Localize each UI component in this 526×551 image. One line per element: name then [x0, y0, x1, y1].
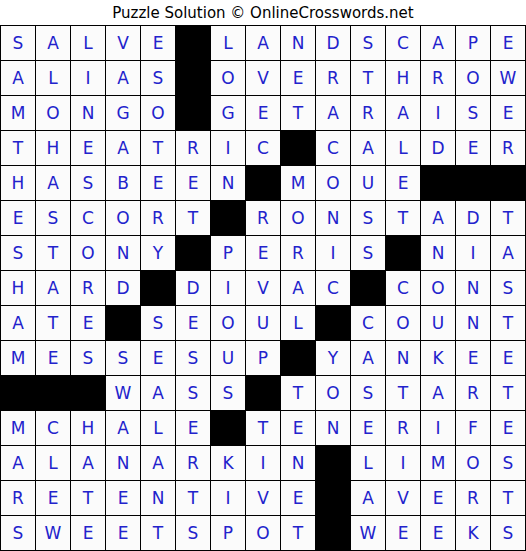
grid-cell: S — [176, 376, 210, 410]
black-cell — [36, 376, 70, 410]
grid-cell: V — [246, 61, 280, 95]
grid-cell: T — [491, 306, 525, 340]
grid-cell: W — [491, 61, 525, 95]
grid-cell: E — [491, 96, 525, 130]
grid-cell: H — [1, 271, 35, 305]
grid-cell: A — [421, 26, 455, 60]
grid-cell: C — [316, 271, 350, 305]
grid-cell: I — [211, 271, 245, 305]
grid-cell: R — [176, 446, 210, 480]
grid-cell: T — [1, 131, 35, 165]
grid-cell: B — [106, 166, 140, 200]
black-cell — [421, 166, 455, 200]
grid-cell: M — [281, 166, 315, 200]
grid-cell: O — [456, 61, 490, 95]
black-cell — [281, 131, 315, 165]
grid-cell: N — [456, 306, 490, 340]
grid-cell: L — [36, 446, 70, 480]
page-title: Puzzle Solution © OnlineCrosswords.net — [112, 4, 413, 22]
grid-cell: T — [176, 481, 210, 515]
grid-cell: P — [246, 341, 280, 375]
grid-cell: K — [211, 446, 245, 480]
grid-cell: E — [106, 516, 140, 550]
grid-cell: G — [106, 96, 140, 130]
grid-cell: T — [491, 201, 525, 235]
grid-cell: I — [386, 446, 420, 480]
grid-cell: A — [281, 271, 315, 305]
black-cell — [351, 271, 385, 305]
grid-cell: D — [456, 201, 490, 235]
grid-cell: O — [386, 306, 420, 340]
grid-cell: A — [106, 131, 140, 165]
grid-cell: T — [36, 306, 70, 340]
grid-cell: S — [211, 376, 245, 410]
grid-cell: R — [386, 411, 420, 445]
grid-cell: R — [421, 61, 455, 95]
grid-cell: S — [351, 236, 385, 270]
grid-cell: Y — [141, 236, 175, 270]
grid-cell: K — [456, 516, 490, 550]
grid-cell: E — [281, 481, 315, 515]
grid-cell: N — [106, 446, 140, 480]
grid-cell: S — [176, 341, 210, 375]
grid-cell: K — [421, 341, 455, 375]
black-cell — [176, 236, 210, 270]
black-cell — [176, 61, 210, 95]
grid-cell: R — [281, 236, 315, 270]
black-cell — [316, 481, 350, 515]
grid-cell: U — [246, 306, 280, 340]
grid-cell: C — [316, 131, 350, 165]
grid-cell: S — [1, 516, 35, 550]
grid-cell: A — [386, 96, 420, 130]
grid-cell: A — [1, 446, 35, 480]
grid-cell: E — [421, 516, 455, 550]
grid-cell: U — [421, 306, 455, 340]
grid-cell: T — [386, 201, 420, 235]
grid-cell: O — [211, 306, 245, 340]
black-cell — [246, 376, 280, 410]
grid-cell: N — [421, 236, 455, 270]
grid-cell: A — [351, 131, 385, 165]
title-bar: Puzzle Solution © OnlineCrosswords.net — [0, 0, 526, 25]
grid-cell: O — [71, 236, 105, 270]
grid-cell: O — [316, 166, 350, 200]
grid-cell: E — [491, 411, 525, 445]
grid-cell: H — [71, 411, 105, 445]
grid-cell: I — [71, 61, 105, 95]
grid-cell: A — [351, 481, 385, 515]
black-cell — [176, 26, 210, 60]
grid-cell: W — [351, 516, 385, 550]
grid-cell: T — [491, 481, 525, 515]
grid-cell: E — [491, 341, 525, 375]
grid-cell: E — [491, 26, 525, 60]
grid-cell: S — [491, 271, 525, 305]
grid-cell: N — [141, 481, 175, 515]
grid-cell: T — [281, 96, 315, 130]
grid-cell: A — [351, 341, 385, 375]
grid-cell: W — [106, 376, 140, 410]
grid-cell: D — [106, 271, 140, 305]
grid-cell: T — [351, 61, 385, 95]
grid-cell: P — [211, 516, 245, 550]
grid-cell: C — [246, 131, 280, 165]
grid-cell: M — [1, 341, 35, 375]
grid-cell: D — [176, 271, 210, 305]
black-cell — [316, 306, 350, 340]
grid-cell: O — [106, 201, 140, 235]
grid-cell: N — [386, 341, 420, 375]
grid-cell: E — [456, 341, 490, 375]
grid-cell: R — [456, 376, 490, 410]
black-cell — [316, 446, 350, 480]
grid-cell: A — [1, 306, 35, 340]
grid-cell: R — [351, 96, 385, 130]
grid-cell: T — [246, 411, 280, 445]
black-cell — [106, 306, 140, 340]
grid-cell: G — [211, 96, 245, 130]
grid-cell: N — [281, 26, 315, 60]
grid-cell: S — [106, 341, 140, 375]
grid-cell: I — [421, 411, 455, 445]
grid-cell: H — [386, 61, 420, 95]
grid-cell: A — [106, 61, 140, 95]
grid-cell: L — [71, 26, 105, 60]
grid-cell: U — [211, 341, 245, 375]
grid-cell: T — [386, 376, 420, 410]
grid-cell: A — [1, 61, 35, 95]
grid-cell: E — [141, 166, 175, 200]
grid-cell: P — [211, 236, 245, 270]
grid-cell: A — [421, 201, 455, 235]
grid-cell: N — [106, 236, 140, 270]
grid-cell: I — [211, 481, 245, 515]
grid-cell: C — [351, 306, 385, 340]
grid-cell: A — [36, 166, 70, 200]
grid-cell: L — [141, 411, 175, 445]
grid-cell: N — [71, 96, 105, 130]
black-cell — [1, 376, 35, 410]
grid-cell: T — [491, 376, 525, 410]
grid-cell: R — [176, 131, 210, 165]
black-cell — [456, 166, 490, 200]
grid-cell: T — [141, 131, 175, 165]
grid-cell: E — [36, 481, 70, 515]
black-cell — [211, 201, 245, 235]
grid-cell: O — [316, 376, 350, 410]
grid-cell: E — [71, 306, 105, 340]
black-cell — [386, 236, 420, 270]
grid-cell: A — [491, 236, 525, 270]
grid-cell: U — [351, 166, 385, 200]
grid-cell: I — [211, 131, 245, 165]
black-cell — [316, 516, 350, 550]
grid-cell: D — [421, 131, 455, 165]
grid-cell: D — [316, 26, 350, 60]
grid-cell: I — [421, 96, 455, 130]
grid-cell: E — [246, 96, 280, 130]
grid-cell: T — [141, 516, 175, 550]
grid-cell: H — [1, 166, 35, 200]
grid-cell: R — [456, 481, 490, 515]
grid-cell: C — [386, 26, 420, 60]
grid-cell: W — [36, 516, 70, 550]
grid-cell: S — [176, 516, 210, 550]
grid-cell: S — [351, 376, 385, 410]
grid-cell: E — [351, 411, 385, 445]
puzzle-solution-page: Puzzle Solution © OnlineCrosswords.net S… — [0, 0, 526, 551]
grid-cell: E — [71, 131, 105, 165]
grid-cell: T — [36, 236, 70, 270]
grid-cell: O — [281, 201, 315, 235]
grid-cell: M — [1, 96, 35, 130]
black-cell — [141, 271, 175, 305]
grid-cell: N — [456, 271, 490, 305]
grid-cell: T — [71, 481, 105, 515]
grid-cell: A — [36, 26, 70, 60]
grid-cell: L — [386, 131, 420, 165]
grid-cell: T — [281, 376, 315, 410]
crossword-grid: SALVELANDSCAPEALIASOVERTHROWMONGOGETARAI… — [0, 25, 526, 551]
grid-cell: F — [456, 411, 490, 445]
grid-cell: E — [456, 131, 490, 165]
grid-cell: E — [386, 166, 420, 200]
grid-cell: T — [281, 516, 315, 550]
grid-cell: A — [71, 446, 105, 480]
grid-cell: E — [106, 481, 140, 515]
grid-cell: L — [36, 61, 70, 95]
grid-cell: E — [36, 341, 70, 375]
grid-cell: E — [176, 306, 210, 340]
grid-cell: E — [71, 516, 105, 550]
grid-cell: C — [71, 201, 105, 235]
black-cell — [71, 376, 105, 410]
grid-cell: R — [316, 61, 350, 95]
grid-cell: O — [421, 271, 455, 305]
grid-cell: S — [351, 26, 385, 60]
grid-cell: I — [246, 446, 280, 480]
grid-cell: E — [386, 516, 420, 550]
grid-cell: S — [456, 96, 490, 130]
grid-cell: V — [386, 481, 420, 515]
grid-cell: O — [246, 516, 280, 550]
grid-cell: V — [246, 481, 280, 515]
grid-cell: N — [211, 166, 245, 200]
grid-cell: S — [1, 236, 35, 270]
grid-cell: S — [71, 166, 105, 200]
grid-cell: R — [71, 271, 105, 305]
grid-cell: N — [316, 201, 350, 235]
grid-cell: R — [1, 481, 35, 515]
grid-cell: M — [421, 446, 455, 480]
grid-cell: O — [141, 96, 175, 130]
grid-cell: S — [1, 26, 35, 60]
grid-cell: S — [351, 201, 385, 235]
grid-cell: I — [316, 236, 350, 270]
grid-cell: R — [491, 131, 525, 165]
grid-cell: S — [36, 201, 70, 235]
black-cell — [281, 341, 315, 375]
black-cell — [211, 411, 245, 445]
grid-cell: I — [456, 236, 490, 270]
grid-cell: O — [36, 96, 70, 130]
grid-cell: E — [176, 411, 210, 445]
grid-cell: N — [281, 446, 315, 480]
grid-cell: E — [281, 61, 315, 95]
grid-cell: V — [246, 271, 280, 305]
grid-cell: Y — [316, 341, 350, 375]
grid-cell: M — [1, 411, 35, 445]
grid-cell: R — [141, 201, 175, 235]
grid-cell: L — [281, 306, 315, 340]
grid-cell: R — [246, 201, 280, 235]
grid-cell: P — [456, 26, 490, 60]
black-cell — [246, 166, 280, 200]
grid-cell: E — [281, 411, 315, 445]
grid-cell: C — [36, 411, 70, 445]
grid-cell: E — [1, 201, 35, 235]
grid-cell: L — [351, 446, 385, 480]
grid-cell: C — [386, 271, 420, 305]
grid-cell: E — [176, 166, 210, 200]
grid-cell: E — [141, 26, 175, 60]
grid-cell: O — [456, 446, 490, 480]
black-cell — [176, 96, 210, 130]
grid-cell: E — [421, 481, 455, 515]
grid-cell: A — [141, 446, 175, 480]
grid-cell: A — [141, 376, 175, 410]
grid-cell: N — [316, 411, 350, 445]
grid-cell: E — [141, 341, 175, 375]
grid-cell: V — [106, 26, 140, 60]
grid-cell: A — [421, 376, 455, 410]
black-cell — [491, 166, 525, 200]
grid-cell: A — [36, 271, 70, 305]
grid-cell: S — [141, 306, 175, 340]
grid-cell: T — [176, 201, 210, 235]
grid-cell: S — [491, 446, 525, 480]
grid-cell: E — [246, 236, 280, 270]
grid-cell: A — [246, 26, 280, 60]
grid-cell: S — [71, 341, 105, 375]
grid-cell: O — [211, 61, 245, 95]
grid-cell: L — [211, 26, 245, 60]
grid-cell: A — [316, 96, 350, 130]
grid-cell: H — [36, 131, 70, 165]
grid-cell: S — [141, 61, 175, 95]
grid-cell: A — [106, 411, 140, 445]
grid-cell: S — [491, 516, 525, 550]
